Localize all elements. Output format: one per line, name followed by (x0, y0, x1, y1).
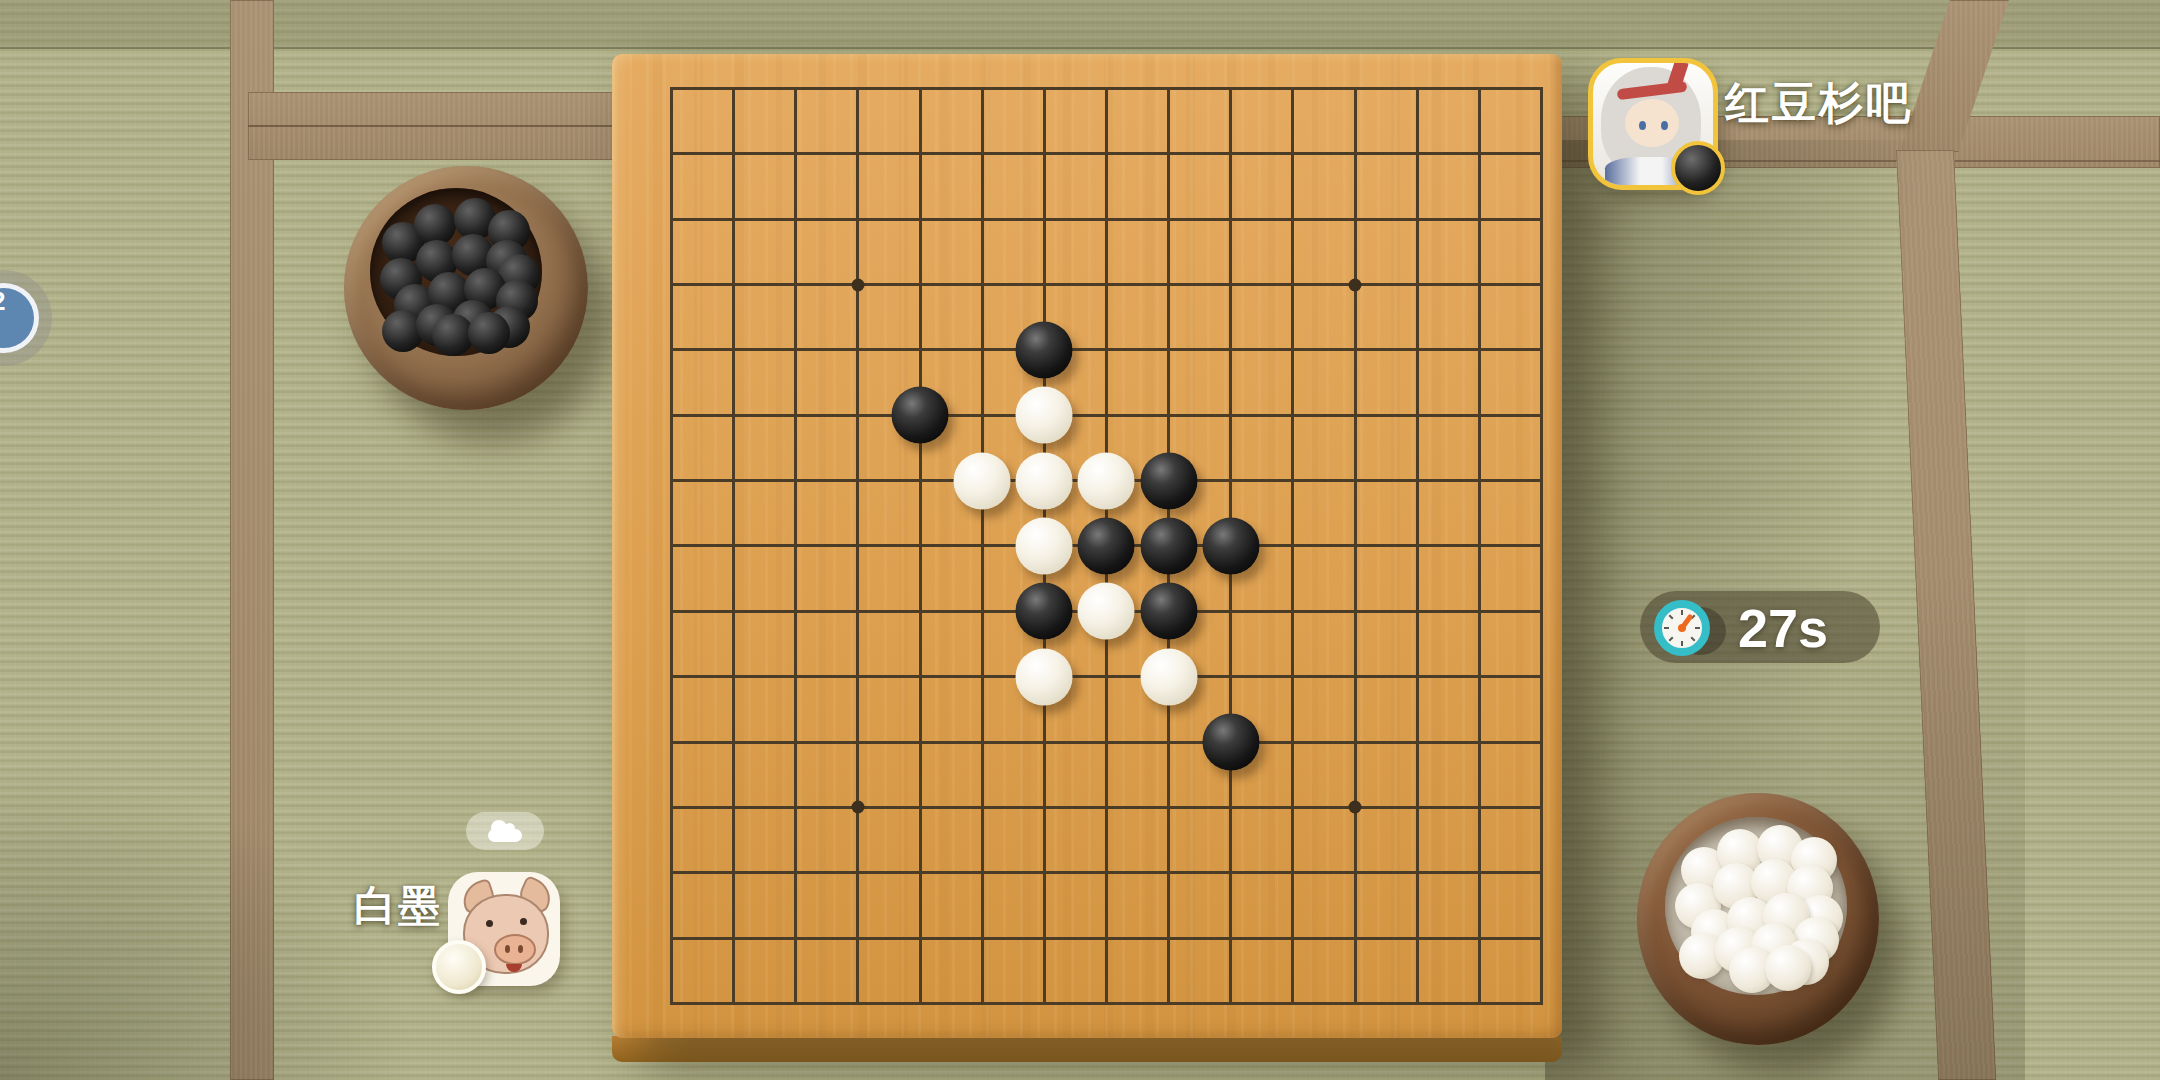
stone-black (1202, 517, 1259, 574)
black-stone-bowl-stones (370, 188, 542, 356)
pig-nostril (518, 945, 523, 953)
stone-white (1078, 452, 1135, 509)
stopwatch-icon (1652, 597, 1712, 657)
white-stone-bowl-stones (1665, 817, 1847, 995)
stone-black (1078, 517, 1135, 574)
stone-white (1016, 648, 1073, 705)
tatami-top-seam (0, 0, 2160, 49)
pig-eye (520, 918, 527, 925)
pig-nostril (505, 945, 510, 953)
avatar[interactable] (1588, 58, 1718, 190)
stone-black (892, 387, 949, 444)
stone-black (1016, 321, 1073, 378)
avatar-eye (1639, 121, 1646, 130)
game-scene: 红豆杉吧 27s 22 白墨 (0, 0, 2160, 1080)
board-side-face (612, 1036, 1562, 1062)
white-stone-bowl (1637, 793, 1879, 1045)
goban (612, 54, 1562, 1038)
stone-white (1140, 648, 1197, 705)
star-point (851, 801, 864, 814)
white-stone-badge (432, 940, 486, 994)
star-point (1349, 801, 1362, 814)
bowl-stone-black (468, 312, 510, 354)
pig-snout (494, 934, 536, 965)
player-card-top-right (1588, 58, 1718, 190)
stone-white (1016, 452, 1073, 509)
player-name-bottom: 白墨 (312, 878, 442, 934)
star-point (851, 278, 864, 291)
stone-white (954, 452, 1011, 509)
stone-white (1016, 387, 1073, 444)
timer-value: 27s (1738, 597, 1828, 659)
avatar[interactable] (448, 872, 560, 986)
stone-black (1140, 583, 1197, 640)
stone-black (1140, 452, 1197, 509)
stone-white (1078, 583, 1135, 640)
board-grid[interactable] (670, 87, 1543, 1005)
timer-pill: 27s (1640, 591, 1880, 663)
black-stone-badge (1671, 141, 1725, 195)
tatami-border-horizontal-left (248, 92, 620, 160)
stone-black (1202, 714, 1259, 771)
emote-bubble[interactable] (466, 812, 544, 850)
stone-white (1016, 517, 1073, 574)
avatar-face (1625, 99, 1679, 147)
player-name-top: 红豆杉吧 (1725, 74, 1913, 133)
cloud-icon (488, 829, 522, 842)
black-stone-bowl (344, 166, 588, 410)
side-counter-value: 22 (0, 286, 26, 317)
avatar-eye (1661, 121, 1668, 130)
player-card-bottom-left (448, 872, 560, 986)
bowl-stone-white (1765, 945, 1811, 991)
star-point (1349, 278, 1362, 291)
stone-black (1140, 517, 1197, 574)
stone-black (1016, 583, 1073, 640)
pig-eye (486, 920, 493, 927)
